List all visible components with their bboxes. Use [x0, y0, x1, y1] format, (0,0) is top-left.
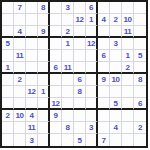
- cell-r1c3[interactable]: [26, 2, 38, 14]
- cell-r9c3[interactable]: [26, 98, 38, 110]
- given-cell-r6c11[interactable]: 2: [122, 62, 134, 74]
- cell-r9c2[interactable]: [14, 98, 26, 110]
- given-cell-r9c12[interactable]: 6: [134, 98, 146, 110]
- given-cell-r7c7[interactable]: 6: [74, 74, 86, 86]
- given-cell-r10c1[interactable]: 2: [2, 110, 14, 122]
- cell-r7c4[interactable]: [38, 74, 50, 86]
- given-cell-r4c1[interactable]: 5: [2, 38, 14, 50]
- cell-r10c11[interactable]: [122, 110, 134, 122]
- cell-r1c7[interactable]: [74, 2, 86, 14]
- cell-r1c9[interactable]: [98, 2, 110, 14]
- cell-r3c3[interactable]: [26, 26, 38, 38]
- cell-r6c7[interactable]: [74, 62, 86, 74]
- given-cell-r5c2[interactable]: 11: [14, 50, 26, 62]
- cell-r5c6[interactable]: [62, 50, 74, 62]
- cell-r8c2[interactable]: [14, 86, 26, 98]
- cell-r11c7[interactable]: [74, 122, 86, 134]
- cell-r12c6[interactable]: [62, 134, 74, 146]
- given-cell-r7c2[interactable]: 2: [14, 74, 26, 86]
- given-cell-r7c12[interactable]: 8: [134, 74, 146, 86]
- given-cell-r3c2[interactable]: 4: [14, 26, 26, 38]
- cell-r6c8[interactable]: [86, 62, 98, 74]
- cell-r7c11[interactable]: [122, 74, 134, 86]
- cell-r5c1[interactable]: [2, 50, 14, 62]
- cell-r3c9[interactable]: [98, 26, 110, 38]
- cell-r2c3[interactable]: [26, 14, 38, 26]
- cell-r4c4[interactable]: [38, 38, 50, 50]
- cell-r3c1[interactable]: [2, 26, 14, 38]
- cell-r3c5[interactable]: [50, 26, 62, 38]
- cell-r10c10[interactable]: [110, 110, 122, 122]
- given-cell-r5c9[interactable]: 6: [98, 50, 110, 62]
- cell-r8c1[interactable]: [2, 86, 14, 98]
- cell-r2c1[interactable]: [2, 14, 14, 26]
- cell-r7c5[interactable]: [50, 74, 62, 86]
- cell-r8c6[interactable]: [62, 86, 74, 98]
- cell-r6c9[interactable]: [98, 62, 110, 74]
- cell-r5c3[interactable]: [26, 50, 38, 62]
- cell-r8c9[interactable]: [98, 86, 110, 98]
- given-cell-r11c10[interactable]: 4: [110, 122, 122, 134]
- cell-r4c9[interactable]: [98, 38, 110, 50]
- given-cell-r7c9[interactable]: 9: [98, 74, 110, 86]
- cell-r2c4[interactable]: [38, 14, 50, 26]
- cell-r4c7[interactable]: [74, 38, 86, 50]
- cell-r11c2[interactable]: [14, 122, 26, 134]
- given-cell-r8c4[interactable]: 1: [38, 86, 50, 98]
- cell-r8c11[interactable]: [122, 86, 134, 98]
- cell-r10c7[interactable]: [74, 110, 86, 122]
- given-cell-r6c5[interactable]: 6: [50, 62, 62, 74]
- cell-r5c7[interactable]: [74, 50, 86, 62]
- cell-r8c5[interactable]: [50, 86, 62, 98]
- cell-r2c2[interactable]: [14, 14, 26, 26]
- given-cell-r8c3[interactable]: 12: [26, 86, 38, 98]
- cell-r3c12[interactable]: [134, 26, 146, 38]
- cell-r9c9[interactable]: [98, 98, 110, 110]
- given-cell-r2c11[interactable]: 10: [122, 14, 134, 26]
- cell-r9c7[interactable]: [74, 98, 86, 110]
- given-cell-r1c2[interactable]: 7: [14, 2, 26, 14]
- cell-r1c11[interactable]: [122, 2, 134, 14]
- given-cell-r4c10[interactable]: 3: [110, 38, 122, 50]
- cell-r9c8[interactable]: [86, 98, 98, 110]
- given-cell-r12c3[interactable]: 3: [26, 134, 38, 146]
- given-cell-r10c3[interactable]: 4: [26, 110, 38, 122]
- given-cell-r3c4[interactable]: 9: [38, 26, 50, 38]
- cell-r12c2[interactable]: [14, 134, 26, 146]
- cell-r10c8[interactable]: [86, 110, 98, 122]
- cell-r12c11[interactable]: [122, 134, 134, 146]
- given-cell-r2c7[interactable]: 12: [74, 14, 86, 26]
- cell-r2c6[interactable]: [62, 14, 74, 26]
- cell-r4c11[interactable]: [122, 38, 134, 50]
- cell-r3c8[interactable]: [86, 26, 98, 38]
- given-cell-r12c9[interactable]: 7: [98, 134, 110, 146]
- cell-r1c10[interactable]: [110, 2, 122, 14]
- cell-r7c8[interactable]: [86, 74, 98, 86]
- cell-r1c12[interactable]: [134, 2, 146, 14]
- given-cell-r1c8[interactable]: 6: [86, 2, 98, 14]
- cell-r5c4[interactable]: [38, 50, 50, 62]
- given-cell-r11c6[interactable]: 8: [62, 122, 74, 134]
- given-cell-r7c10[interactable]: 10: [110, 74, 122, 86]
- cell-r5c10[interactable]: [110, 50, 122, 62]
- given-cell-r6c6[interactable]: 11: [62, 62, 74, 74]
- given-cell-r11c8[interactable]: 3: [86, 122, 98, 134]
- given-cell-r4c8[interactable]: 12: [86, 38, 98, 50]
- given-cell-r5c12[interactable]: 5: [134, 50, 146, 62]
- given-cell-r10c2[interactable]: 10: [14, 110, 26, 122]
- given-cell-r9c10[interactable]: 5: [110, 98, 122, 110]
- cell-r6c10[interactable]: [110, 62, 122, 74]
- given-cell-r2c10[interactable]: 2: [110, 14, 122, 26]
- cell-r11c9[interactable]: [98, 122, 110, 134]
- cell-r7c6[interactable]: [62, 74, 74, 86]
- cell-r6c3[interactable]: [26, 62, 38, 74]
- cell-r1c1[interactable]: [2, 2, 14, 14]
- cell-r3c7[interactable]: [74, 26, 86, 38]
- given-cell-r5c11[interactable]: 1: [122, 50, 134, 62]
- cell-r9c6[interactable]: [62, 98, 74, 110]
- given-cell-r2c9[interactable]: 4: [98, 14, 110, 26]
- cell-r11c1[interactable]: [2, 122, 14, 134]
- cell-r12c10[interactable]: [110, 134, 122, 146]
- given-cell-r2c8[interactable]: 1: [86, 14, 98, 26]
- given-cell-r1c6[interactable]: 3: [62, 2, 74, 14]
- given-cell-r1c4[interactable]: 8: [38, 2, 50, 14]
- given-cell-r11c12[interactable]: 2: [134, 122, 146, 134]
- cell-r12c4[interactable]: [38, 134, 50, 146]
- cell-r6c4[interactable]: [38, 62, 50, 74]
- cell-r5c5[interactable]: [50, 50, 62, 62]
- cell-r8c12[interactable]: [134, 86, 146, 98]
- cell-r1c5[interactable]: [50, 2, 62, 14]
- cell-r11c4[interactable]: [38, 122, 50, 134]
- given-cell-r11c3[interactable]: 11: [26, 122, 38, 134]
- cell-r12c5[interactable]: [50, 134, 62, 146]
- given-cell-r4c6[interactable]: 1: [62, 38, 74, 50]
- cell-r8c10[interactable]: [110, 86, 122, 98]
- given-cell-r6c1[interactable]: 1: [2, 62, 14, 74]
- cell-r4c12[interactable]: [134, 38, 146, 50]
- cell-r9c4[interactable]: [38, 98, 50, 110]
- cell-r9c1[interactable]: [2, 98, 14, 110]
- cell-r7c3[interactable]: [26, 74, 38, 86]
- cell-r4c5[interactable]: [50, 38, 62, 50]
- cell-r2c12[interactable]: [134, 14, 146, 26]
- cell-r7c1[interactable]: [2, 74, 14, 86]
- cell-r10c12[interactable]: [134, 110, 146, 122]
- given-cell-r9c5[interactable]: 12: [50, 98, 62, 110]
- cell-r2c5[interactable]: [50, 14, 62, 26]
- cell-r12c1[interactable]: [2, 134, 14, 146]
- cell-r8c8[interactable]: [86, 86, 98, 98]
- cell-r6c2[interactable]: [14, 62, 26, 74]
- given-cell-r3c6[interactable]: 2: [62, 26, 74, 38]
- given-cell-r10c5[interactable]: 9: [50, 110, 62, 122]
- cell-r12c8[interactable]: [86, 134, 98, 146]
- cell-r11c5[interactable]: [50, 122, 62, 134]
- cell-r9c11[interactable]: [122, 98, 134, 110]
- given-cell-r3c11[interactable]: 11: [122, 26, 134, 38]
- cell-r3c10[interactable]: [110, 26, 122, 38]
- sudoku-board: 7836121421049211511231161516112269108121…: [0, 0, 148, 148]
- cell-r5c8[interactable]: [86, 50, 98, 62]
- cell-r10c9[interactable]: [98, 110, 110, 122]
- cell-r4c2[interactable]: [14, 38, 26, 50]
- cell-r10c6[interactable]: [62, 110, 74, 122]
- cell-r12c12[interactable]: [134, 134, 146, 146]
- cell-r10c4[interactable]: [38, 110, 50, 122]
- cell-r11c11[interactable]: [122, 122, 134, 134]
- given-cell-r12c7[interactable]: 5: [74, 134, 86, 146]
- cell-r6c12[interactable]: [134, 62, 146, 74]
- given-cell-r8c7[interactable]: 8: [74, 86, 86, 98]
- cell-r4c3[interactable]: [26, 38, 38, 50]
